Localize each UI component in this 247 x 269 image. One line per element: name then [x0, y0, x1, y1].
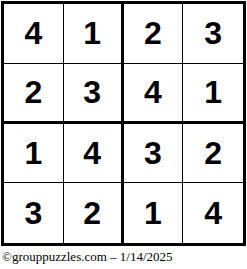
- cell-r3c4: 2: [183, 124, 243, 184]
- cell-r2c3: 4: [124, 64, 184, 124]
- cell-r2c4: 1: [183, 64, 243, 124]
- cell-r3c1: 1: [4, 124, 64, 184]
- cell-r1c3: 2: [124, 4, 184, 64]
- footer-credit: ©grouppuzzles.com – 1/14/2025: [2, 249, 173, 265]
- sudoku-page: 4 1 2 3 2 3 4 1 1 4 3 2 3 2 1 4 ©grouppu…: [0, 0, 247, 269]
- cell-r2c2: 3: [64, 64, 124, 124]
- cell-r4c1: 3: [4, 183, 64, 243]
- cell-r2c1: 2: [4, 64, 64, 124]
- sudoku-board: 4 1 2 3 2 3 4 1 1 4 3 2 3 2 1 4: [1, 1, 246, 246]
- cell-r3c2: 4: [64, 124, 124, 184]
- cell-r4c3: 1: [124, 183, 184, 243]
- cell-r4c2: 2: [64, 183, 124, 243]
- cell-r1c4: 3: [183, 4, 243, 64]
- cell-r1c2: 1: [64, 4, 124, 64]
- cell-r1c1: 4: [4, 4, 64, 64]
- cell-r4c4: 4: [183, 183, 243, 243]
- cell-r3c3: 3: [124, 124, 184, 184]
